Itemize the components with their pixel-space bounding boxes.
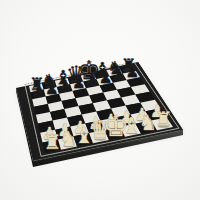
piece-black-pawn-d7: ♟ (72, 74, 86, 92)
piece-black-pawn-b7: ♟ (45, 80, 59, 98)
chess-board: ♜♞♝♛♚♝♞♜♟♟♟♟♟♟♟♟♟♟♟♟♟♟♟♟♜♞♝♛♚♝♞♜ (0, 0, 200, 200)
product-photo-chess-set: ♜♞♝♛♚♝♞♜♟♟♟♟♟♟♟♟♟♟♟♟♟♟♟♟♜♞♝♛♚♝♞♜ (0, 0, 200, 200)
piece-black-pawn-h7: ♟ (126, 63, 140, 81)
piece-black-pawn-a7: ♟ (32, 82, 46, 100)
piece-black-pawn-e7: ♟ (85, 71, 99, 89)
piece-black-pawn-f7: ♟ (99, 69, 113, 87)
piece-black-pawn-c7: ♟ (58, 77, 72, 95)
piece-black-pawn-g7: ♟ (112, 66, 126, 84)
piece-white-rook-h1: ♜ (155, 108, 173, 131)
